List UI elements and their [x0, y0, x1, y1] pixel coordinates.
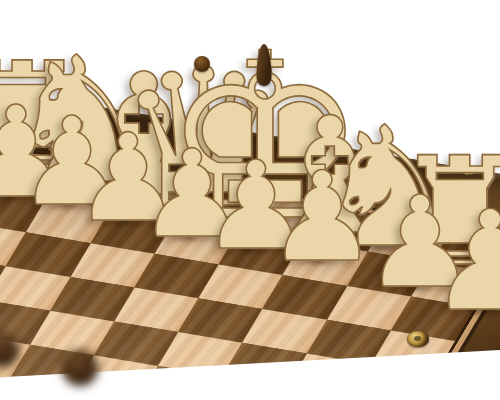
chess-set-photo: ♜♞♝♛♚♝♞♜♟♟♟♟♟♟♟♟ [0, 0, 500, 400]
blurred-dark-piece [62, 350, 98, 386]
brass-stud [407, 331, 429, 347]
queen-finial [194, 56, 210, 72]
pawn-piece: ♟ [266, 155, 377, 279]
pawn-piece: ♟ [428, 193, 500, 331]
